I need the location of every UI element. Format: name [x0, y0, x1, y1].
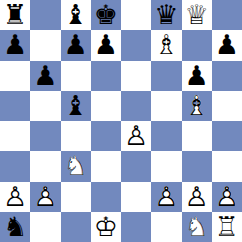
black-pawn-piece: ♟: [182, 61, 212, 91]
black-rook-piece: ♜: [0, 0, 30, 30]
square-b7[interactable]: [30, 30, 60, 60]
square-g2[interactable]: ♟♙: [182, 182, 212, 212]
square-h1[interactable]: ♜♖: [212, 212, 242, 242]
square-b3[interactable]: [30, 151, 60, 181]
square-c3[interactable]: ♞♘: [61, 151, 91, 181]
white-pawn-piece: ♟♙: [30, 182, 60, 212]
square-a2[interactable]: ♟♙: [0, 182, 30, 212]
square-f6[interactable]: [151, 61, 181, 91]
white-bishop-piece: ♝♗: [151, 30, 181, 60]
square-e6[interactable]: [121, 61, 151, 91]
square-a1[interactable]: ♞: [0, 212, 30, 242]
square-e3[interactable]: [121, 151, 151, 181]
square-f4[interactable]: [151, 121, 181, 151]
square-c2[interactable]: [61, 182, 91, 212]
square-b6[interactable]: ♟: [30, 61, 60, 91]
square-a7[interactable]: ♟: [0, 30, 30, 60]
square-d8[interactable]: ♚: [91, 0, 121, 30]
square-g5[interactable]: ♝♗: [182, 91, 212, 121]
square-h7[interactable]: ♟: [212, 30, 242, 60]
square-g7[interactable]: [182, 30, 212, 60]
square-h4[interactable]: [212, 121, 242, 151]
square-c5[interactable]: ♝: [61, 91, 91, 121]
black-queen-piece: ♛: [151, 0, 181, 30]
white-king-piece: ♚♔: [91, 212, 121, 242]
black-pawn-piece: ♟: [0, 30, 30, 60]
square-h5[interactable]: [212, 91, 242, 121]
square-f5[interactable]: [151, 91, 181, 121]
square-b5[interactable]: [30, 91, 60, 121]
square-c6[interactable]: [61, 61, 91, 91]
black-pawn-piece: ♟: [212, 30, 242, 60]
white-knight-piece: ♞♘: [61, 151, 91, 181]
white-knight-piece: ♞♘: [182, 212, 212, 242]
square-b2[interactable]: ♟♙: [30, 182, 60, 212]
square-c7[interactable]: ♟: [61, 30, 91, 60]
black-bishop-piece: ♝: [61, 91, 91, 121]
square-a5[interactable]: [0, 91, 30, 121]
square-c8[interactable]: ♝: [61, 0, 91, 30]
square-f2[interactable]: ♟♙: [151, 182, 181, 212]
square-f7[interactable]: ♝♗: [151, 30, 181, 60]
square-d1[interactable]: ♚♔: [91, 212, 121, 242]
square-b1[interactable]: [30, 212, 60, 242]
square-c1[interactable]: [61, 212, 91, 242]
black-pawn-piece: ♟: [61, 30, 91, 60]
square-h6[interactable]: [212, 61, 242, 91]
white-pawn-piece: ♟♙: [121, 121, 151, 151]
white-pawn-piece: ♟♙: [212, 182, 242, 212]
square-d3[interactable]: [91, 151, 121, 181]
black-pawn-piece: ♟: [91, 30, 121, 60]
white-pawn-piece: ♟♙: [0, 182, 30, 212]
square-g1[interactable]: ♞♘: [182, 212, 212, 242]
square-d4[interactable]: [91, 121, 121, 151]
square-g6[interactable]: ♟: [182, 61, 212, 91]
square-f1[interactable]: [151, 212, 181, 242]
square-h8[interactable]: [212, 0, 242, 30]
square-a6[interactable]: [0, 61, 30, 91]
black-king-piece: ♚: [91, 0, 121, 30]
square-d7[interactable]: ♟: [91, 30, 121, 60]
white-queen-piece: ♛♕: [182, 0, 212, 30]
square-e1[interactable]: [121, 212, 151, 242]
white-bishop-piece: ♝♗: [182, 91, 212, 121]
square-d6[interactable]: [91, 61, 121, 91]
white-pawn-piece: ♟♙: [151, 182, 181, 212]
square-c4[interactable]: [61, 121, 91, 151]
square-g4[interactable]: [182, 121, 212, 151]
black-bishop-piece: ♝: [61, 0, 91, 30]
square-e7[interactable]: [121, 30, 151, 60]
square-d5[interactable]: [91, 91, 121, 121]
square-f8[interactable]: ♛: [151, 0, 181, 30]
square-a4[interactable]: [0, 121, 30, 151]
square-f3[interactable]: [151, 151, 181, 181]
square-b8[interactable]: [30, 0, 60, 30]
chess-board: ♜♝♚♛♛♕♟♟♟♝♗♟♟♟♝♝♗♟♙♞♘♟♙♟♙♟♙♟♙♟♙♞♚♔♞♘♜♖: [0, 0, 242, 242]
square-h3[interactable]: [212, 151, 242, 181]
square-b4[interactable]: [30, 121, 60, 151]
square-g8[interactable]: ♛♕: [182, 0, 212, 30]
white-pawn-piece: ♟♙: [182, 182, 212, 212]
square-e8[interactable]: [121, 0, 151, 30]
square-a3[interactable]: [0, 151, 30, 181]
square-g3[interactable]: [182, 151, 212, 181]
square-e5[interactable]: [121, 91, 151, 121]
black-pawn-piece: ♟: [30, 61, 60, 91]
white-rook-piece: ♜♖: [212, 212, 242, 242]
black-knight-piece: ♞: [0, 212, 30, 242]
square-e2[interactable]: [121, 182, 151, 212]
square-a8[interactable]: ♜: [0, 0, 30, 30]
square-d2[interactable]: [91, 182, 121, 212]
square-h2[interactable]: ♟♙: [212, 182, 242, 212]
square-e4[interactable]: ♟♙: [121, 121, 151, 151]
